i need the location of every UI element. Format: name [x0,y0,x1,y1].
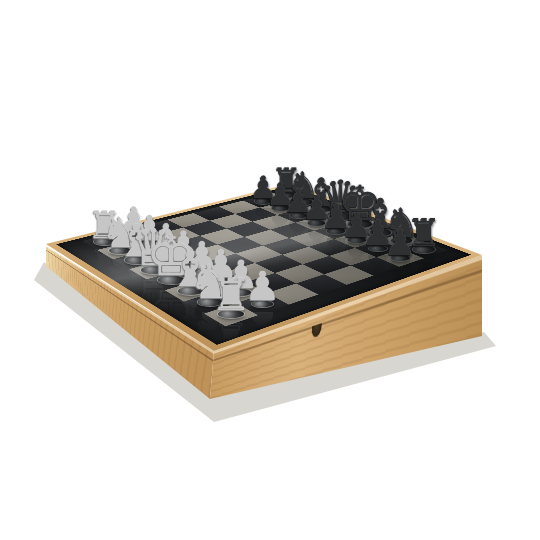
drawer-notch [311,323,321,338]
product-photo-chess-set: ♜♜♞♞♝♝♛♛♚♚♝♝♞♞♜♜♟♟♟♟♟♟♟♟♟♟♟♟♟♟♟♟♟♟♟♟♟♟♟♟… [0,0,540,540]
